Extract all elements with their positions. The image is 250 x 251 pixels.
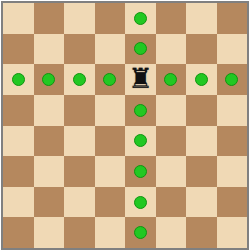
move-dot-d6[interactable] [103, 73, 116, 86]
square-c1[interactable] [64, 217, 95, 248]
square-d8[interactable] [95, 3, 126, 34]
square-h2[interactable] [217, 187, 248, 218]
square-d4[interactable] [95, 126, 126, 157]
black-rook[interactable]: ♜ [128, 65, 153, 93]
move-dot-e8[interactable] [134, 12, 147, 25]
square-b3[interactable] [34, 156, 65, 187]
square-g6[interactable] [186, 64, 217, 95]
square-a8[interactable] [3, 3, 34, 34]
move-dot-e5[interactable] [134, 104, 147, 117]
square-c2[interactable] [64, 187, 95, 218]
square-f2[interactable] [156, 187, 187, 218]
square-e5[interactable] [125, 95, 156, 126]
move-dot-e4[interactable] [134, 134, 147, 147]
move-dot-b6[interactable] [42, 73, 55, 86]
square-h5[interactable] [217, 95, 248, 126]
square-f4[interactable] [156, 126, 187, 157]
chess-board: ♜ [1, 1, 249, 250]
chess-move-diagram: ♜ [0, 0, 250, 251]
square-c6[interactable] [64, 64, 95, 95]
square-f3[interactable] [156, 156, 187, 187]
square-f5[interactable] [156, 95, 187, 126]
square-e3[interactable] [125, 156, 156, 187]
square-g3[interactable] [186, 156, 217, 187]
square-e1[interactable] [125, 217, 156, 248]
move-dot-h6[interactable] [225, 73, 238, 86]
square-e6[interactable]: ♜ [125, 64, 156, 95]
square-e4[interactable] [125, 126, 156, 157]
move-dot-e2[interactable] [134, 196, 147, 209]
square-h6[interactable] [217, 64, 248, 95]
square-b7[interactable] [34, 34, 65, 65]
square-a5[interactable] [3, 95, 34, 126]
square-b6[interactable] [34, 64, 65, 95]
square-g2[interactable] [186, 187, 217, 218]
square-c4[interactable] [64, 126, 95, 157]
square-a4[interactable] [3, 126, 34, 157]
square-g1[interactable] [186, 217, 217, 248]
move-dot-e3[interactable] [134, 165, 147, 178]
square-c7[interactable] [64, 34, 95, 65]
square-d5[interactable] [95, 95, 126, 126]
move-dot-f6[interactable] [164, 73, 177, 86]
square-d3[interactable] [95, 156, 126, 187]
square-a1[interactable] [3, 217, 34, 248]
square-g5[interactable] [186, 95, 217, 126]
move-dot-g6[interactable] [195, 73, 208, 86]
move-dot-e7[interactable] [134, 42, 147, 55]
square-f8[interactable] [156, 3, 187, 34]
square-f7[interactable] [156, 34, 187, 65]
square-a2[interactable] [3, 187, 34, 218]
square-h1[interactable] [217, 217, 248, 248]
square-e2[interactable] [125, 187, 156, 218]
square-b8[interactable] [34, 3, 65, 34]
square-d2[interactable] [95, 187, 126, 218]
move-dot-e1[interactable] [134, 226, 147, 239]
square-b5[interactable] [34, 95, 65, 126]
square-g4[interactable] [186, 126, 217, 157]
square-c3[interactable] [64, 156, 95, 187]
square-e7[interactable] [125, 34, 156, 65]
square-a7[interactable] [3, 34, 34, 65]
square-h4[interactable] [217, 126, 248, 157]
square-f6[interactable] [156, 64, 187, 95]
square-g7[interactable] [186, 34, 217, 65]
square-c8[interactable] [64, 3, 95, 34]
square-d7[interactable] [95, 34, 126, 65]
square-a6[interactable] [3, 64, 34, 95]
square-a3[interactable] [3, 156, 34, 187]
square-h8[interactable] [217, 3, 248, 34]
square-h7[interactable] [217, 34, 248, 65]
move-dot-a6[interactable] [12, 73, 25, 86]
square-b2[interactable] [34, 187, 65, 218]
square-e8[interactable] [125, 3, 156, 34]
square-c5[interactable] [64, 95, 95, 126]
square-d1[interactable] [95, 217, 126, 248]
square-h3[interactable] [217, 156, 248, 187]
square-f1[interactable] [156, 217, 187, 248]
square-g8[interactable] [186, 3, 217, 34]
move-dot-c6[interactable] [73, 73, 86, 86]
square-b1[interactable] [34, 217, 65, 248]
square-d6[interactable] [95, 64, 126, 95]
square-b4[interactable] [34, 126, 65, 157]
